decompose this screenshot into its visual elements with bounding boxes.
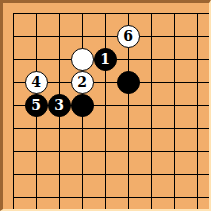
stone-white: [71, 48, 94, 71]
go-diagram-frame: 614253: [0, 0, 211, 211]
stone-white-move-2: 2: [71, 71, 94, 94]
stone-black-move-5: 5: [25, 94, 48, 117]
stone-number: 2: [77, 75, 87, 89]
stone-white-move-4: 4: [25, 71, 48, 94]
grid-line-h: [13, 151, 209, 152]
stone-number: 1: [100, 52, 110, 66]
stone-white-move-6: 6: [117, 25, 140, 48]
stone-number: 5: [31, 98, 41, 112]
grid-line-v: [13, 13, 14, 209]
grid-line-h: [13, 174, 209, 175]
stone-number: 3: [54, 98, 64, 112]
stone-black: [71, 94, 94, 117]
stone-number: 4: [31, 75, 41, 89]
grid-line-h: [13, 36, 209, 37]
grid-line-v: [197, 13, 198, 209]
grid-line-h: [13, 13, 209, 14]
stone-black: [117, 71, 140, 94]
stone-black-move-3: 3: [48, 94, 71, 117]
grid-line-v: [174, 13, 175, 209]
grid-line-h: [13, 197, 209, 198]
go-board: 614253: [3, 3, 209, 209]
stone-number: 6: [123, 29, 133, 43]
grid-line-v: [105, 13, 106, 209]
grid-line-v: [151, 13, 152, 209]
stone-black-move-1: 1: [94, 48, 117, 71]
grid-line-h: [13, 128, 209, 129]
